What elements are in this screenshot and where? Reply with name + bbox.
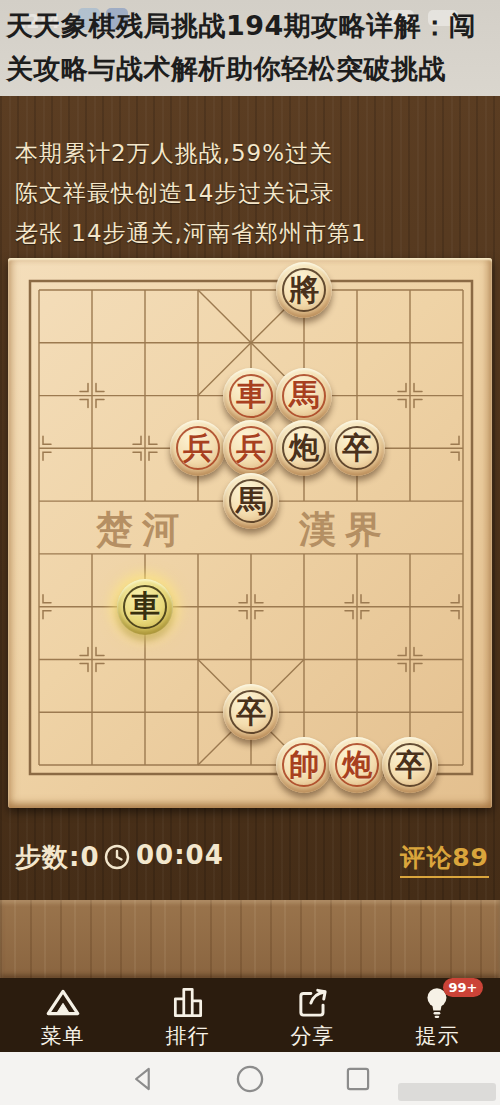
share-label: 分享 xyxy=(291,1022,335,1050)
piece-車-red[interactable]: 車 xyxy=(223,368,279,424)
recents-icon[interactable] xyxy=(342,1063,374,1095)
share-icon xyxy=(294,985,332,1021)
hint-button[interactable]: 99+ 提示 xyxy=(375,978,500,1052)
watermark xyxy=(398,1083,496,1101)
piece-炮-red[interactable]: 炮 xyxy=(329,737,385,793)
piece-char: 帥 xyxy=(276,737,332,793)
page-title: 天天象棋残局挑战194期攻略详解：闯关攻略与战术解析助你轻松突破挑战 xyxy=(6,4,498,90)
challenge-stats-line2: 陈文祥最快创造14步过关记录 xyxy=(15,178,334,209)
pieces-layer: 將車馬兵兵炮卒馬車卒帥炮卒 xyxy=(8,258,492,808)
game-background: 本期累计2万人挑战,59%过关 陈文祥最快创造14步过关记录 老张 14步通关,… xyxy=(0,96,500,900)
piece-char: 車 xyxy=(117,579,173,635)
article-title-bar: 12:4 天天象棋残局挑战194期攻略详解：闯关攻略与战术解析助你轻松突破挑战 xyxy=(0,0,500,96)
hint-badge: 99+ xyxy=(443,978,484,997)
piece-char: 卒 xyxy=(382,737,438,793)
challenge-stats-line3: 老张 14步通关,河南省郑州市第1 xyxy=(15,218,367,249)
bottom-nav-bar: 菜单 排行 分享 99+ 提示 xyxy=(0,978,500,1052)
piece-char: 馬 xyxy=(276,368,332,424)
ranking-button[interactable]: 排行 xyxy=(125,978,250,1052)
ranking-icon xyxy=(169,985,207,1021)
menu-button[interactable]: 菜单 xyxy=(0,978,125,1052)
piece-車-black-selected[interactable]: 車 xyxy=(117,579,173,635)
piece-卒-black[interactable]: 卒 xyxy=(223,684,279,740)
piece-char: 車 xyxy=(223,368,279,424)
android-nav-bar xyxy=(0,1052,500,1105)
piece-char: 兵 xyxy=(223,420,279,476)
piece-char: 炮 xyxy=(276,420,332,476)
piece-char: 卒 xyxy=(329,420,385,476)
piece-兵-red[interactable]: 兵 xyxy=(223,420,279,476)
piece-卒-black[interactable]: 卒 xyxy=(329,420,385,476)
home-icon[interactable] xyxy=(233,1062,267,1096)
share-button[interactable]: 分享 xyxy=(250,978,375,1052)
piece-馬-black[interactable]: 馬 xyxy=(223,473,279,529)
piece-char: 將 xyxy=(276,262,332,318)
timer-value: 00:04 xyxy=(136,840,224,870)
piece-char: 兵 xyxy=(170,420,226,476)
xiangqi-board[interactable]: 楚河 漢界 將車馬兵兵炮卒馬車卒帥炮卒 xyxy=(8,258,492,808)
comments-link[interactable]: 评论89 xyxy=(400,841,489,878)
back-icon[interactable] xyxy=(126,1063,158,1095)
piece-char: 炮 xyxy=(329,737,385,793)
piece-帥-red[interactable]: 帥 xyxy=(276,737,332,793)
hint-label: 提示 xyxy=(416,1022,460,1050)
app-screen: 12:4 天天象棋残局挑战194期攻略详解：闯关攻略与战术解析助你轻松突破挑战 … xyxy=(0,0,500,1105)
piece-char: 卒 xyxy=(223,684,279,740)
piece-馬-red[interactable]: 馬 xyxy=(276,368,332,424)
piece-將-black[interactable]: 將 xyxy=(276,262,332,318)
piece-炮-black[interactable]: 炮 xyxy=(276,420,332,476)
ranking-label: 排行 xyxy=(166,1022,210,1050)
piece-卒-black[interactable]: 卒 xyxy=(382,737,438,793)
challenge-stats-line1: 本期累计2万人挑战,59%过关 xyxy=(15,138,333,169)
table-wood-strip xyxy=(0,900,500,978)
clock-icon xyxy=(104,844,130,870)
piece-char: 馬 xyxy=(223,473,279,529)
menu-label: 菜单 xyxy=(41,1022,85,1050)
menu-icon xyxy=(44,985,82,1021)
move-counter: 步数:0 xyxy=(15,840,100,875)
piece-兵-red[interactable]: 兵 xyxy=(170,420,226,476)
